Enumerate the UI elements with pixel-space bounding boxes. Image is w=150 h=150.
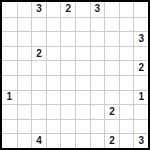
- empty-cell-r7-c0[interactable]: [2, 104, 17, 119]
- empty-cell-r9-c0[interactable]: [2, 133, 17, 148]
- empty-cell-r3-c7[interactable]: [104, 46, 119, 61]
- clue-cell-r6-c9: 1: [133, 90, 148, 105]
- empty-cell-r5-c1[interactable]: [17, 75, 32, 90]
- empty-cell-r7-c9[interactable]: [133, 104, 148, 119]
- empty-cell-r6-c3[interactable]: [46, 90, 61, 105]
- empty-cell-r1-c1[interactable]: [17, 17, 32, 32]
- clue-cell-r9-c9: 3: [133, 133, 148, 148]
- empty-cell-r4-c4[interactable]: [60, 60, 75, 75]
- empty-cell-r1-c0[interactable]: [2, 17, 17, 32]
- empty-cell-r1-c3[interactable]: [46, 17, 61, 32]
- empty-cell-r9-c1[interactable]: [17, 133, 32, 148]
- empty-cell-r2-c3[interactable]: [46, 31, 61, 46]
- empty-cell-r1-c4[interactable]: [60, 17, 75, 32]
- empty-cell-r2-c2[interactable]: [31, 31, 46, 46]
- clue-cell-r3-c2: 2: [31, 46, 46, 61]
- empty-cell-r8-c0[interactable]: [2, 119, 17, 134]
- empty-cell-r1-c7[interactable]: [104, 17, 119, 32]
- empty-cell-r3-c1[interactable]: [17, 46, 32, 61]
- empty-cell-r6-c1[interactable]: [17, 90, 32, 105]
- empty-cell-r3-c3[interactable]: [46, 46, 61, 61]
- empty-cell-r7-c3[interactable]: [46, 104, 61, 119]
- clue-cell-r7-c7: 2: [104, 104, 119, 119]
- empty-cell-r4-c2[interactable]: [31, 60, 46, 75]
- empty-cell-r8-c5[interactable]: [75, 119, 90, 134]
- empty-cell-r1-c8[interactable]: [119, 17, 134, 32]
- empty-cell-r3-c9[interactable]: [133, 46, 148, 61]
- empty-cell-r5-c9[interactable]: [133, 75, 148, 90]
- clue-cell-r0-c2: 3: [31, 2, 46, 17]
- empty-cell-r8-c6[interactable]: [90, 119, 105, 134]
- clue-cell-r6-c0: 1: [2, 90, 17, 105]
- clue-cell-r0-c6: 3: [90, 2, 105, 17]
- empty-cell-r8-c7[interactable]: [104, 119, 119, 134]
- empty-cell-r3-c8[interactable]: [119, 46, 134, 61]
- empty-cell-r8-c4[interactable]: [60, 119, 75, 134]
- empty-cell-r0-c0[interactable]: [2, 2, 17, 17]
- empty-cell-r3-c6[interactable]: [90, 46, 105, 61]
- empty-cell-r4-c1[interactable]: [17, 60, 32, 75]
- empty-cell-r5-c3[interactable]: [46, 75, 61, 90]
- empty-cell-r4-c6[interactable]: [90, 60, 105, 75]
- empty-cell-r5-c8[interactable]: [119, 75, 134, 90]
- empty-cell-r2-c4[interactable]: [60, 31, 75, 46]
- empty-cell-r4-c3[interactable]: [46, 60, 61, 75]
- clue-cell-r2-c9: 3: [133, 31, 148, 46]
- empty-cell-r9-c6[interactable]: [90, 133, 105, 148]
- empty-cell-r8-c8[interactable]: [119, 119, 134, 134]
- empty-cell-r6-c8[interactable]: [119, 90, 134, 105]
- empty-cell-r2-c6[interactable]: [90, 31, 105, 46]
- empty-cell-r9-c8[interactable]: [119, 133, 134, 148]
- empty-cell-r6-c6[interactable]: [90, 90, 105, 105]
- empty-cell-r6-c7[interactable]: [104, 90, 119, 105]
- puzzle-board: 323322112423: [0, 0, 150, 150]
- empty-cell-r4-c5[interactable]: [75, 60, 90, 75]
- empty-cell-r6-c4[interactable]: [60, 90, 75, 105]
- clue-cell-r0-c4: 2: [60, 2, 75, 17]
- empty-cell-r5-c2[interactable]: [31, 75, 46, 90]
- empty-cell-r4-c8[interactable]: [119, 60, 134, 75]
- empty-cell-r0-c3[interactable]: [46, 2, 61, 17]
- empty-cell-r2-c7[interactable]: [104, 31, 119, 46]
- empty-cell-r9-c3[interactable]: [46, 133, 61, 148]
- empty-cell-r7-c6[interactable]: [90, 104, 105, 119]
- empty-cell-r5-c0[interactable]: [2, 75, 17, 90]
- empty-cell-r7-c2[interactable]: [31, 104, 46, 119]
- clue-cell-r9-c2: 4: [31, 133, 46, 148]
- empty-cell-r5-c6[interactable]: [90, 75, 105, 90]
- empty-cell-r5-c5[interactable]: [75, 75, 90, 90]
- empty-cell-r5-c4[interactable]: [60, 75, 75, 90]
- empty-cell-r6-c5[interactable]: [75, 90, 90, 105]
- empty-cell-r1-c5[interactable]: [75, 17, 90, 32]
- empty-cell-r8-c2[interactable]: [31, 119, 46, 134]
- clue-cell-r4-c9: 2: [133, 60, 148, 75]
- empty-cell-r5-c7[interactable]: [104, 75, 119, 90]
- empty-cell-r2-c5[interactable]: [75, 31, 90, 46]
- empty-cell-r0-c1[interactable]: [17, 2, 32, 17]
- empty-cell-r7-c5[interactable]: [75, 104, 90, 119]
- empty-cell-r3-c4[interactable]: [60, 46, 75, 61]
- empty-cell-r1-c2[interactable]: [31, 17, 46, 32]
- empty-cell-r8-c1[interactable]: [17, 119, 32, 134]
- empty-cell-r3-c0[interactable]: [2, 46, 17, 61]
- empty-cell-r4-c7[interactable]: [104, 60, 119, 75]
- empty-cell-r0-c7[interactable]: [104, 2, 119, 17]
- empty-cell-r1-c6[interactable]: [90, 17, 105, 32]
- empty-cell-r0-c5[interactable]: [75, 2, 90, 17]
- empty-cell-r0-c8[interactable]: [119, 2, 134, 17]
- empty-cell-r9-c4[interactable]: [60, 133, 75, 148]
- empty-cell-r6-c2[interactable]: [31, 90, 46, 105]
- empty-cell-r4-c0[interactable]: [2, 60, 17, 75]
- empty-cell-r9-c5[interactable]: [75, 133, 90, 148]
- empty-cell-r2-c0[interactable]: [2, 31, 17, 46]
- empty-cell-r8-c3[interactable]: [46, 119, 61, 134]
- empty-cell-r7-c1[interactable]: [17, 104, 32, 119]
- empty-cell-r7-c4[interactable]: [60, 104, 75, 119]
- empty-cell-r2-c1[interactable]: [17, 31, 32, 46]
- empty-cell-r3-c5[interactable]: [75, 46, 90, 61]
- empty-cell-r0-c9[interactable]: [133, 2, 148, 17]
- empty-cell-r1-c9[interactable]: [133, 17, 148, 32]
- empty-cell-r7-c8[interactable]: [119, 104, 134, 119]
- clue-cell-r9-c7: 2: [104, 133, 119, 148]
- empty-cell-r2-c8[interactable]: [119, 31, 134, 46]
- empty-cell-r8-c9[interactable]: [133, 119, 148, 134]
